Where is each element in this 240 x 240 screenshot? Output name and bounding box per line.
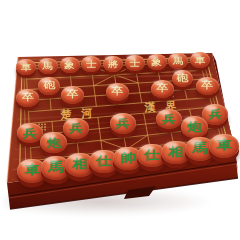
piece-far-soldier-2[interactable]: 卒 — [61, 86, 84, 104]
piece-far-elephant-6[interactable]: 象 — [147, 54, 167, 70]
piece-far-advisor-3[interactable]: 士 — [81, 56, 101, 72]
piece-far-soldier-8[interactable]: 卒 — [196, 77, 219, 95]
piece-far-chariot-0[interactable]: 車 — [16, 59, 36, 75]
piece-glyph: 將 — [103, 57, 123, 70]
piece-far-elephant-2[interactable]: 象 — [60, 57, 80, 73]
piece-glyph: 砲 — [172, 71, 194, 85]
piece-glyph: 士 — [81, 58, 101, 71]
piece-glyph: 象 — [60, 59, 80, 72]
piece-glyph: 兵 — [110, 115, 136, 132]
piece-far-soldier-4[interactable]: 卒 — [106, 83, 129, 101]
piece-far-horse-1[interactable]: 馬 — [38, 58, 58, 74]
piece-far-cannon-7[interactable]: 砲 — [172, 70, 194, 88]
piece-glyph: 車 — [16, 60, 36, 73]
piece-far-horse-7[interactable]: 馬 — [168, 53, 188, 69]
piece-glyph: 砲 — [38, 79, 60, 93]
piece-glyph: 馬 — [38, 60, 58, 73]
piece-near-cannon-7[interactable]: 炮 — [181, 116, 208, 138]
piece-glyph: 卒 — [196, 78, 219, 93]
piece-glyph: 兵 — [17, 124, 43, 141]
piece-near-cannon-1[interactable]: 炮 — [40, 132, 67, 154]
piece-far-cannon-1[interactable]: 砲 — [38, 77, 60, 95]
piece-near-soldier-4[interactable]: 兵 — [110, 113, 136, 134]
piece-near-soldier-0[interactable]: 兵 — [17, 123, 43, 144]
photo-canvas: 楚 河漢 界 車馬象士將士象馬車砲砲卒卒卒卒卒兵兵兵兵兵炮炮車馬相仕帥仕相馬車 — [0, 0, 240, 240]
piece-far-general-4[interactable]: 將 — [103, 56, 123, 72]
piece-glyph: 卒 — [61, 88, 84, 103]
piece-near-chariot-8[interactable]: 車 — [209, 134, 239, 158]
piece-glyph: 炮 — [181, 118, 208, 136]
piece-glyph: 馬 — [168, 54, 188, 67]
piece-glyph: 卒 — [16, 91, 39, 106]
piece-far-advisor-5[interactable]: 士 — [125, 55, 145, 71]
piece-glyph: 炮 — [40, 134, 67, 152]
piece-glyph: 士 — [125, 56, 145, 69]
piece-glyph: 卒 — [106, 85, 129, 100]
piece-glyph: 車 — [190, 53, 210, 66]
piece-near-soldier-6[interactable]: 兵 — [156, 109, 182, 130]
piece-glyph: 卒 — [151, 81, 174, 96]
piece-glyph: 兵 — [156, 111, 182, 128]
pieces-layer: 車馬象士將士象馬車砲砲卒卒卒卒卒兵兵兵兵兵炮炮車馬相仕帥仕相馬車 — [0, 0, 240, 240]
piece-far-soldier-0[interactable]: 卒 — [16, 89, 39, 107]
piece-far-soldier-6[interactable]: 卒 — [151, 80, 174, 98]
piece-glyph: 車 — [209, 136, 239, 155]
piece-glyph: 象 — [147, 55, 167, 68]
piece-far-chariot-8[interactable]: 車 — [190, 52, 210, 68]
